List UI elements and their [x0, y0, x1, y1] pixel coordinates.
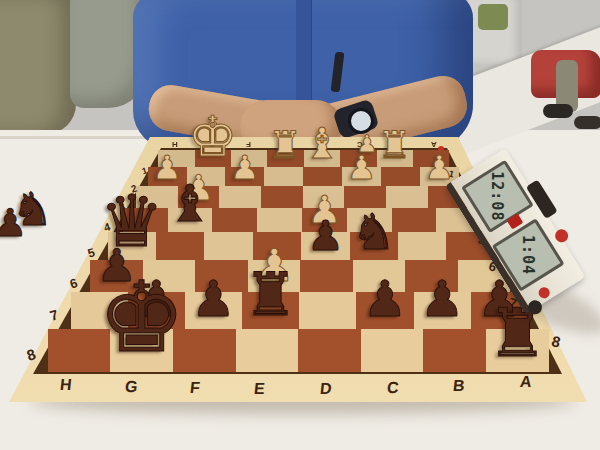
piece-white-pawn-f2[interactable]: ♟ [230, 151, 260, 184]
bystander-khaki-pants [0, 0, 76, 134]
piece-white-rook-e1[interactable]: ♜ [269, 127, 303, 165]
square-e2[interactable] [264, 167, 303, 186]
square-f4[interactable] [212, 208, 257, 233]
table-rear-edge [0, 136, 150, 139]
file-label-near-B: B [452, 377, 465, 395]
piece-black-pawn-b7[interactable]: ♟ [420, 275, 464, 325]
square-d7[interactable] [299, 292, 356, 329]
piece-black-pawn-d5[interactable]: ♟ [307, 215, 344, 256]
square-d2[interactable] [303, 167, 342, 186]
square-e3[interactable] [261, 186, 303, 208]
square-b5[interactable] [398, 232, 446, 260]
file-label-near-G: G [124, 378, 138, 396]
square-e4[interactable] [257, 208, 302, 233]
piece-black-bishop-g4[interactable]: ♝ [167, 178, 213, 229]
captured-black-pawn[interactable]: ♟ [0, 204, 27, 242]
file-label-near-H: H [59, 376, 72, 394]
file-label-near-D: D [319, 380, 332, 398]
piece-black-pawn-f7[interactable]: ♟ [191, 275, 235, 325]
square-b8[interactable] [423, 329, 486, 373]
bystander-shoe [574, 116, 600, 129]
piece-white-rook-b1[interactable]: ♜ [378, 127, 412, 165]
file-label-near-A: A [519, 373, 532, 391]
square-d6[interactable] [300, 260, 352, 292]
square-d8[interactable] [298, 329, 361, 373]
piece-white-bishop-d1[interactable]: ♝ [303, 123, 341, 165]
piece-white-pawn-a2[interactable]: ♟ [424, 151, 454, 184]
chess-game-photo: HGFEDCBAHGFEDCBA1234567812345678 ♞♟♟ 12:… [0, 0, 600, 450]
file-label-near-C: C [386, 379, 399, 397]
file-label-near-F: F [189, 379, 201, 397]
piece-black-king-g8[interactable]: ♚ [98, 269, 186, 367]
clock-red-button-small[interactable] [537, 285, 552, 300]
background-green-object [478, 4, 508, 30]
piece-black-knight-c5[interactable]: ♞ [352, 207, 396, 257]
clock-left-time: 12:08 [488, 171, 506, 221]
shirt-placket [296, 0, 311, 100]
piece-black-pawn-c7[interactable]: ♟ [363, 275, 407, 325]
square-c8[interactable] [361, 329, 424, 373]
square-b4[interactable] [392, 208, 437, 233]
clock-right-time: 1:04 [519, 235, 537, 275]
square-e8[interactable] [236, 329, 299, 373]
piece-black-rook-e7[interactable]: ♜ [244, 265, 297, 324]
piece-white-pawn-c2[interactable]: ♟ [347, 151, 377, 184]
square-b2[interactable] [381, 167, 420, 186]
board-rank-row-5 [108, 232, 495, 260]
square-f5[interactable] [204, 232, 252, 260]
bystander-shoe [543, 104, 573, 118]
file-label-near-E: E [253, 380, 266, 398]
square-f3[interactable] [219, 186, 261, 208]
